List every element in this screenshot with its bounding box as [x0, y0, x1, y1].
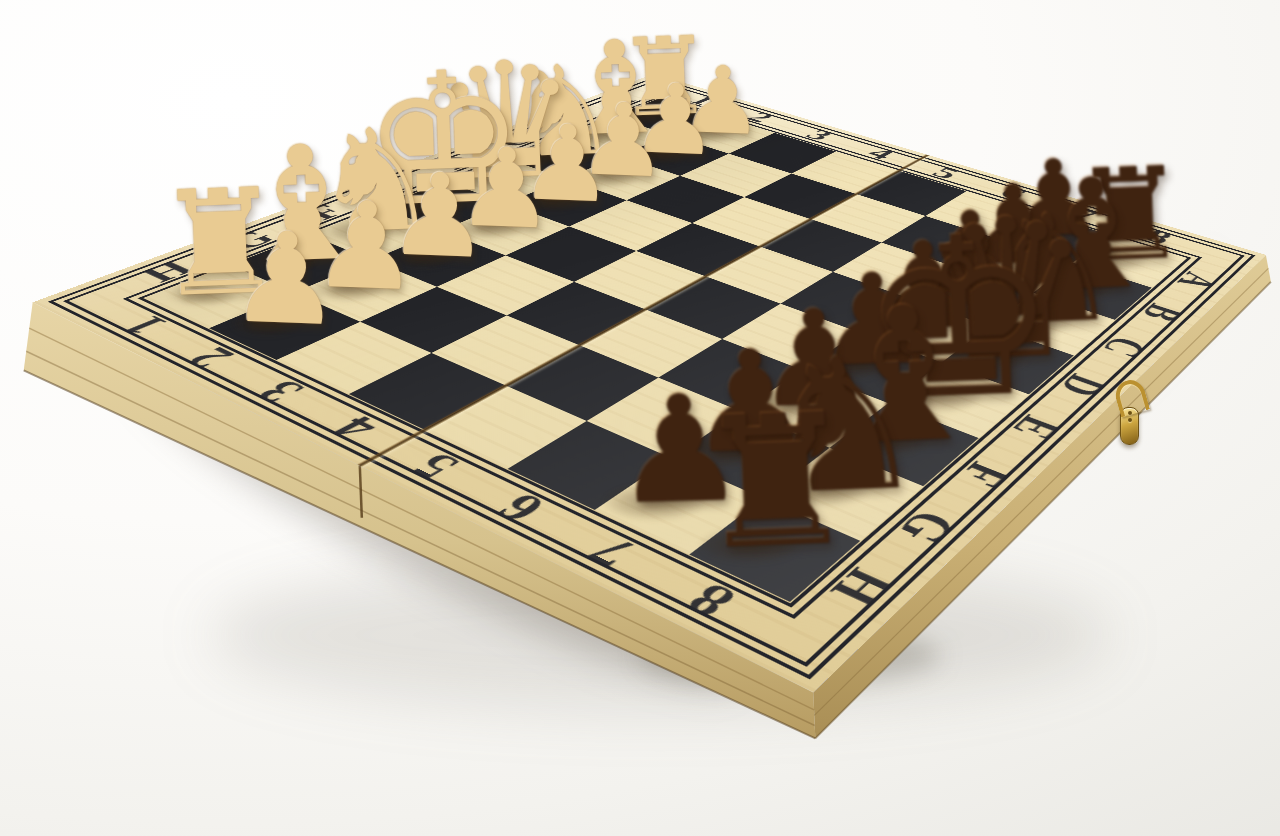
clasp-screw [1128, 418, 1132, 422]
clasp-plate [1120, 407, 1139, 445]
photo-stage: AA11BB22CC33DD44EE55FF66GG77HH88 ♚♛♜♜♝♝♞… [0, 0, 1280, 836]
fold-seam-side [360, 466, 362, 518]
clasp-screw [1128, 411, 1132, 415]
piece-black-rook-h8[interactable]: ♜ [692, 389, 860, 575]
piece-white-pawn-h2[interactable]: ♟ [227, 215, 344, 345]
